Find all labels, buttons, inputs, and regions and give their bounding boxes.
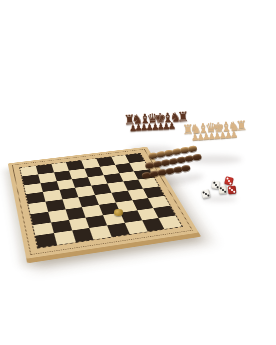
die-pip xyxy=(231,189,233,191)
checker-disc xyxy=(188,145,198,152)
dice-group xyxy=(201,176,241,202)
die-pip xyxy=(215,184,217,186)
die xyxy=(228,186,237,195)
brass-clasp xyxy=(114,209,123,216)
die-pip xyxy=(228,180,230,182)
dark-piece-set: ♜♞♝♛♚♝♞♜ ♟♟♟♟♟♟♟♟ xyxy=(124,111,179,134)
die xyxy=(201,189,210,198)
die-pip xyxy=(205,193,207,195)
checker-disc xyxy=(192,153,202,160)
checker-disc xyxy=(181,165,191,172)
product-photo-stage: ♜♞♝♛♚♝♞♜ ♟♟♟♟♟♟♟♟ ♜♞♝♛♚♝♞♜ ♟♟♟♟♟♟♟♟ xyxy=(0,0,276,345)
light-pawn-row-pieces: ♟♟♟♟♟♟♟♟ xyxy=(182,130,244,143)
die xyxy=(224,176,234,186)
die-pip xyxy=(222,189,224,191)
light-piece-set: ♜♞♝♛♚♝♞♜ ♟♟♟♟♟♟♟♟ xyxy=(181,119,244,143)
chess-board-group xyxy=(2,116,188,266)
die xyxy=(219,186,228,195)
